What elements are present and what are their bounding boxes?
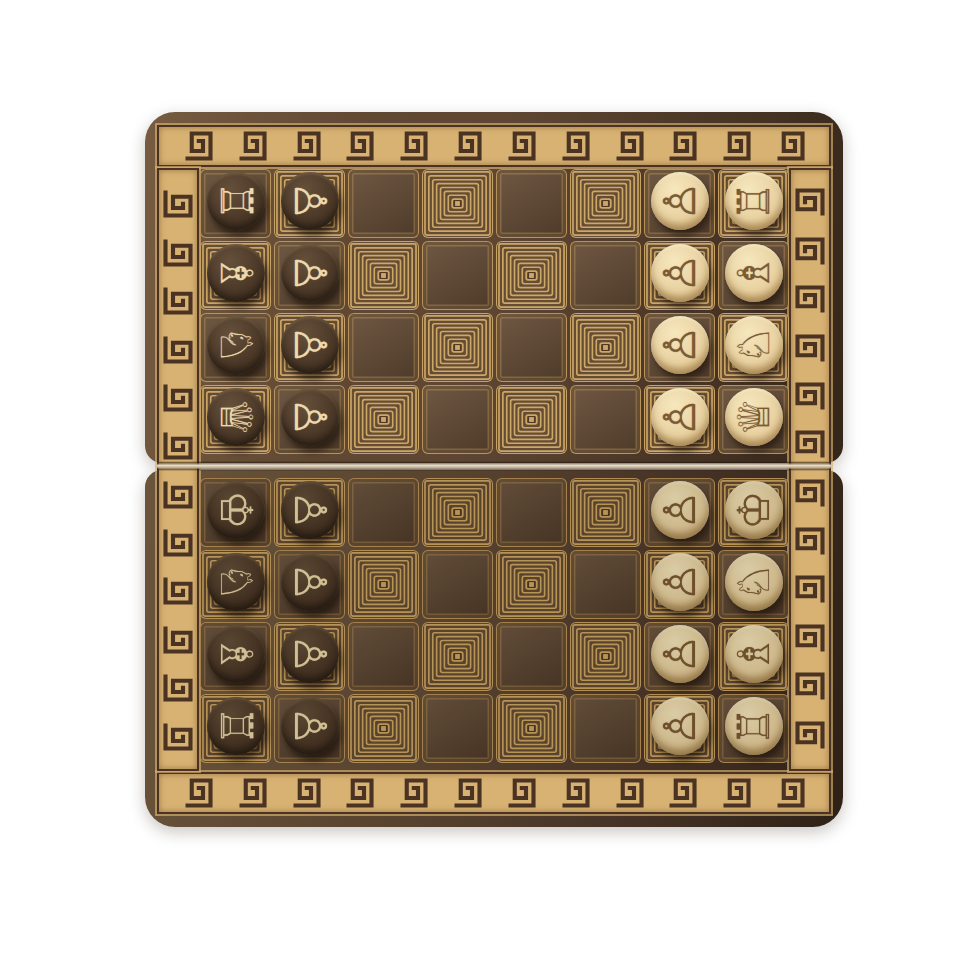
greek-key-motif-icon — [795, 575, 825, 605]
piece-white-rook[interactable]: ♖ — [725, 172, 783, 230]
square-r1c8[interactable]: ♖ — [718, 169, 789, 238]
square-r3c6[interactable] — [570, 313, 641, 382]
piece-black-king[interactable]: ♔ — [207, 481, 265, 539]
square-r8c5[interactable] — [496, 694, 567, 763]
square-r2c2[interactable]: ♙ — [274, 241, 345, 310]
piece-glyph: ♙ — [657, 490, 701, 529]
greek-key-motif-icon — [237, 778, 267, 808]
piece-black-pawn[interactable]: ♙ — [281, 244, 339, 302]
greek-key-motif-icon — [183, 778, 213, 808]
piece-white-knight[interactable]: ♘ — [725, 553, 783, 611]
piece-glyph: ♙ — [657, 562, 701, 601]
greek-key-motif-icon — [291, 778, 321, 808]
square-r3c5[interactable] — [496, 313, 567, 382]
greek-key-motif-icon — [795, 672, 825, 702]
greek-key-motif-icon — [452, 778, 482, 808]
piece-glyph: ♙ — [657, 181, 701, 220]
greek-key-motif-icon — [795, 430, 825, 460]
piece-white-pawn[interactable]: ♙ — [651, 172, 709, 230]
greek-key-motif-icon — [163, 672, 193, 702]
greek-key-motif-icon — [721, 778, 751, 808]
square-r8c4[interactable] — [422, 694, 493, 763]
piece-glyph: ♗ — [731, 253, 775, 292]
greek-key-motif-icon — [237, 131, 267, 161]
piece-black-pawn[interactable]: ♙ — [281, 316, 339, 374]
board-grid-rows-5-8: ♔♙♙♔♘♙♙♘♗♙♙♗♖♙♙♖ — [200, 478, 789, 763]
square-r5c1[interactable]: ♔ — [200, 478, 271, 547]
chess-board: ♖♙♙♖♗♙♙♗♘♙♙♘♕♙♙♕ ♔♙♙♔♘♙♙♘♗♙♙♗♖♙♙♖ — [145, 112, 843, 827]
piece-glyph: ♙ — [287, 706, 331, 745]
square-r6c3[interactable] — [348, 550, 419, 619]
greek-key-motif-icon — [163, 575, 193, 605]
greek-key-motif-icon — [163, 334, 193, 364]
piece-black-bishop[interactable]: ♗ — [207, 244, 265, 302]
square-r7c2[interactable]: ♙ — [274, 622, 345, 691]
piece-white-pawn[interactable]: ♙ — [651, 244, 709, 302]
square-r6c8[interactable]: ♘ — [718, 550, 789, 619]
greek-key-motif-icon — [163, 188, 193, 218]
piece-glyph: ♙ — [657, 634, 701, 673]
greek-key-motif-icon — [795, 624, 825, 654]
greek-key-motif-icon — [560, 131, 590, 161]
piece-glyph: ♖ — [213, 181, 257, 220]
square-r7c4[interactable] — [422, 622, 493, 691]
greek-key-motif-icon — [721, 131, 751, 161]
greek-key-motif-icon — [667, 778, 697, 808]
piece-glyph: ♙ — [657, 325, 701, 364]
square-r4c6[interactable] — [570, 385, 641, 454]
greek-key-motif-icon — [795, 237, 825, 267]
greek-key-motif-icon — [795, 527, 825, 557]
piece-white-pawn[interactable]: ♙ — [651, 388, 709, 446]
piece-white-bishop[interactable]: ♗ — [725, 244, 783, 302]
piece-glyph: ♔ — [731, 490, 775, 529]
greek-key-motif-icon — [163, 382, 193, 412]
square-r4c5[interactable] — [496, 385, 567, 454]
piece-glyph: ♙ — [287, 325, 331, 364]
piece-black-pawn[interactable]: ♙ — [281, 697, 339, 755]
piece-black-pawn[interactable]: ♙ — [281, 481, 339, 539]
square-r5c8[interactable]: ♔ — [718, 478, 789, 547]
piece-glyph: ♖ — [213, 706, 257, 745]
square-r6c4[interactable] — [422, 550, 493, 619]
piece-glyph: ♙ — [657, 253, 701, 292]
square-r5c4[interactable] — [422, 478, 493, 547]
piece-white-pawn[interactable]: ♙ — [651, 625, 709, 683]
piece-black-queen[interactable]: ♕ — [207, 388, 265, 446]
square-r3c8[interactable]: ♘ — [718, 313, 789, 382]
piece-black-rook[interactable]: ♖ — [207, 172, 265, 230]
square-r8c1[interactable]: ♖ — [200, 694, 271, 763]
square-r6c7[interactable]: ♙ — [644, 550, 715, 619]
square-r3c3[interactable] — [348, 313, 419, 382]
square-r5c2[interactable]: ♙ — [274, 478, 345, 547]
square-r6c6[interactable] — [570, 550, 641, 619]
square-r1c4[interactable] — [422, 169, 493, 238]
greek-key-motif-icon — [775, 131, 805, 161]
square-r2c5[interactable] — [496, 241, 567, 310]
greek-key-motif-icon — [344, 131, 374, 161]
square-r2c7[interactable]: ♙ — [644, 241, 715, 310]
square-r6c2[interactable]: ♙ — [274, 550, 345, 619]
square-r4c4[interactable] — [422, 385, 493, 454]
square-r3c7[interactable]: ♙ — [644, 313, 715, 382]
piece-white-king[interactable]: ♔ — [725, 481, 783, 539]
greek-key-border-top — [157, 125, 831, 167]
greek-key-motif-icon — [506, 131, 536, 161]
greek-key-motif-icon — [163, 479, 193, 509]
piece-glyph: ♙ — [287, 181, 331, 220]
square-r3c1[interactable]: ♘ — [200, 313, 271, 382]
piece-black-pawn[interactable]: ♙ — [281, 388, 339, 446]
greek-key-motif-icon — [614, 778, 644, 808]
square-r7c1[interactable]: ♗ — [200, 622, 271, 691]
piece-black-rook[interactable]: ♖ — [207, 697, 265, 755]
greek-key-motif-icon — [163, 527, 193, 557]
square-r8c8[interactable]: ♖ — [718, 694, 789, 763]
square-r8c6[interactable] — [570, 694, 641, 763]
square-r7c5[interactable] — [496, 622, 567, 691]
piece-white-bishop[interactable]: ♗ — [725, 625, 783, 683]
square-r8c3[interactable] — [348, 694, 419, 763]
square-r2c1[interactable]: ♗ — [200, 241, 271, 310]
square-r4c8[interactable]: ♕ — [718, 385, 789, 454]
greek-key-motif-icon — [291, 131, 321, 161]
greek-key-motif-icon — [163, 237, 193, 267]
square-r7c3[interactable] — [348, 622, 419, 691]
piece-white-pawn[interactable]: ♙ — [651, 697, 709, 755]
piece-white-knight[interactable]: ♘ — [725, 316, 783, 374]
piece-black-pawn[interactable]: ♙ — [281, 553, 339, 611]
piece-glyph: ♔ — [213, 490, 257, 529]
square-r2c3[interactable] — [348, 241, 419, 310]
fold-seam — [157, 461, 831, 471]
piece-glyph: ♘ — [731, 562, 775, 601]
piece-glyph: ♗ — [731, 634, 775, 673]
square-r7c8[interactable]: ♗ — [718, 622, 789, 691]
piece-black-knight[interactable]: ♘ — [207, 553, 265, 611]
greek-key-motif-icon — [795, 285, 825, 315]
greek-key-motif-icon — [163, 721, 193, 751]
square-r4c2[interactable]: ♙ — [274, 385, 345, 454]
piece-white-pawn[interactable]: ♙ — [651, 481, 709, 539]
square-r5c5[interactable] — [496, 478, 567, 547]
piece-black-pawn[interactable]: ♙ — [281, 625, 339, 683]
piece-glyph: ♕ — [213, 397, 257, 436]
square-r1c3[interactable] — [348, 169, 419, 238]
greek-key-motif-icon — [795, 188, 825, 218]
piece-glyph: ♙ — [287, 562, 331, 601]
greek-key-motif-icon — [795, 479, 825, 509]
greek-key-motif-icon — [452, 131, 482, 161]
piece-white-rook[interactable]: ♖ — [725, 697, 783, 755]
piece-glyph: ♙ — [287, 490, 331, 529]
greek-key-motif-icon — [795, 721, 825, 751]
square-r2c6[interactable] — [570, 241, 641, 310]
board-grid-rows-1-4: ♖♙♙♖♗♙♙♗♘♙♙♘♕♙♙♕ — [200, 169, 789, 454]
greek-key-motif-icon — [183, 131, 213, 161]
greek-key-motif-icon — [667, 131, 697, 161]
piece-white-pawn[interactable]: ♙ — [651, 553, 709, 611]
greek-key-border-bottom — [157, 772, 831, 814]
greek-key-motif-icon — [344, 778, 374, 808]
square-r6c1[interactable]: ♘ — [200, 550, 271, 619]
piece-white-queen[interactable]: ♕ — [725, 388, 783, 446]
greek-key-motif-icon — [775, 778, 805, 808]
piece-white-pawn[interactable]: ♙ — [651, 316, 709, 374]
photo-background: ♖♙♙♖♗♙♙♗♘♙♙♘♕♙♙♕ ♔♙♙♔♘♙♙♘♗♙♙♗♖♙♙♖ — [0, 0, 960, 960]
square-r2c4[interactable] — [422, 241, 493, 310]
square-r4c7[interactable]: ♙ — [644, 385, 715, 454]
square-r7c6[interactable] — [570, 622, 641, 691]
piece-glyph: ♙ — [287, 634, 331, 673]
greek-key-motif-icon — [506, 778, 536, 808]
piece-glyph: ♗ — [213, 253, 257, 292]
piece-glyph: ♕ — [731, 397, 775, 436]
piece-glyph: ♖ — [731, 706, 775, 745]
greek-key-motif-icon — [163, 430, 193, 460]
greek-key-motif-icon — [163, 624, 193, 654]
piece-black-bishop[interactable]: ♗ — [207, 625, 265, 683]
piece-black-pawn[interactable]: ♙ — [281, 172, 339, 230]
piece-glyph: ♙ — [287, 397, 331, 436]
piece-glyph: ♘ — [213, 325, 257, 364]
piece-glyph: ♙ — [287, 253, 331, 292]
square-r2c8[interactable]: ♗ — [718, 241, 789, 310]
piece-glyph: ♘ — [213, 562, 257, 601]
square-r4c1[interactable]: ♕ — [200, 385, 271, 454]
square-r6c5[interactable] — [496, 550, 567, 619]
piece-glyph: ♘ — [731, 325, 775, 364]
square-r3c4[interactable] — [422, 313, 493, 382]
greek-key-motif-icon — [795, 382, 825, 412]
square-r7c7[interactable]: ♙ — [644, 622, 715, 691]
piece-glyph: ♗ — [213, 634, 257, 673]
square-r1c6[interactable] — [570, 169, 641, 238]
piece-glyph: ♖ — [731, 181, 775, 220]
greek-key-motif-icon — [163, 285, 193, 315]
greek-key-motif-icon — [795, 334, 825, 364]
square-r8c7[interactable]: ♙ — [644, 694, 715, 763]
square-r1c2[interactable]: ♙ — [274, 169, 345, 238]
greek-key-motif-icon — [614, 131, 644, 161]
square-r1c5[interactable] — [496, 169, 567, 238]
square-r5c7[interactable]: ♙ — [644, 478, 715, 547]
piece-black-knight[interactable]: ♘ — [207, 316, 265, 374]
square-r3c2[interactable]: ♙ — [274, 313, 345, 382]
square-r1c1[interactable]: ♖ — [200, 169, 271, 238]
greek-key-motif-icon — [398, 131, 428, 161]
square-r5c6[interactable] — [570, 478, 641, 547]
square-r5c3[interactable] — [348, 478, 419, 547]
piece-glyph: ♙ — [657, 397, 701, 436]
greek-key-motif-icon — [398, 778, 428, 808]
square-r8c2[interactable]: ♙ — [274, 694, 345, 763]
greek-key-motif-icon — [560, 778, 590, 808]
square-r1c7[interactable]: ♙ — [644, 169, 715, 238]
square-r4c3[interactable] — [348, 385, 419, 454]
piece-glyph: ♙ — [657, 706, 701, 745]
